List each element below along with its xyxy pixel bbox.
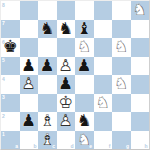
square-h8[interactable]: ♞♘ xyxy=(131,1,150,20)
square-f2[interactable] xyxy=(94,112,113,131)
square-f4[interactable] xyxy=(94,75,113,94)
square-g4[interactable]: ♞♘ xyxy=(112,75,131,94)
square-c3[interactable] xyxy=(38,94,57,113)
square-b3[interactable] xyxy=(20,94,39,113)
square-g2[interactable] xyxy=(112,112,131,131)
square-e5[interactable]: ♟ xyxy=(75,57,94,76)
square-a7[interactable]: 7 xyxy=(1,20,20,39)
square-f1[interactable]: f xyxy=(94,131,113,150)
square-d7[interactable]: ♞ xyxy=(57,20,76,39)
rank-label-4: 4 xyxy=(2,76,5,82)
square-c2[interactable]: ♝♗ xyxy=(38,112,57,131)
square-f3[interactable]: ♞♘ xyxy=(94,94,113,113)
black-knight-d7[interactable]: ♞ xyxy=(57,20,76,39)
square-h6[interactable] xyxy=(131,38,150,57)
square-g8[interactable] xyxy=(112,1,131,20)
chess-board-grid: 8♞♘7♞♞♝6♚♞♘♞♘5♟♟♟♙♟4♟♙♟♞♘3♚♔♞♘2♟♝♗♟♙♞1ab… xyxy=(1,1,149,149)
white-king-d3[interactable]: ♚♔ xyxy=(57,94,76,113)
white-knight-g4[interactable]: ♞♘ xyxy=(112,75,131,94)
white-knight-f3[interactable]: ♞♘ xyxy=(94,94,113,113)
file-label-f: f xyxy=(109,143,111,149)
square-g1[interactable]: g xyxy=(112,131,131,150)
square-a5[interactable]: 5 xyxy=(1,57,20,76)
square-e2[interactable]: ♞ xyxy=(75,112,94,131)
square-b7[interactable] xyxy=(20,20,39,39)
black-pawn-c5[interactable]: ♟ xyxy=(38,57,57,76)
square-a1[interactable]: 1a xyxy=(1,131,20,150)
square-e8[interactable] xyxy=(75,1,94,20)
square-b4[interactable]: ♟♙ xyxy=(20,75,39,94)
square-h5[interactable] xyxy=(131,57,150,76)
white-knight-h8[interactable]: ♞♘ xyxy=(131,1,150,20)
square-b8[interactable] xyxy=(20,1,39,20)
square-d8[interactable] xyxy=(57,1,76,20)
black-bishop-e7[interactable]: ♝ xyxy=(75,20,94,39)
file-label-b: b xyxy=(33,143,36,149)
square-c7[interactable]: ♞ xyxy=(38,20,57,39)
file-label-d: d xyxy=(70,143,73,149)
square-b6[interactable] xyxy=(20,38,39,57)
square-g3[interactable] xyxy=(112,94,131,113)
square-e3[interactable] xyxy=(75,94,94,113)
black-pawn-e5[interactable]: ♟ xyxy=(75,57,94,76)
white-pawn-d2[interactable]: ♟♙ xyxy=(57,112,76,131)
rank-label-5: 5 xyxy=(2,57,5,63)
square-c8[interactable] xyxy=(38,1,57,20)
square-a8[interactable]: 8 xyxy=(1,1,20,20)
black-pawn-d4[interactable]: ♟ xyxy=(57,75,76,94)
square-d6[interactable] xyxy=(57,38,76,57)
square-a3[interactable]: 3 xyxy=(1,94,20,113)
square-e6[interactable]: ♞♘ xyxy=(75,38,94,57)
square-b2[interactable]: ♟ xyxy=(20,112,39,131)
square-g7[interactable] xyxy=(112,20,131,39)
square-e1[interactable]: e♞♘ xyxy=(75,131,94,150)
white-bishop-c2[interactable]: ♝♗ xyxy=(38,112,57,131)
rank-label-3: 3 xyxy=(2,94,5,100)
square-f6[interactable] xyxy=(94,38,113,57)
square-g5[interactable] xyxy=(112,57,131,76)
square-f5[interactable] xyxy=(94,57,113,76)
white-knight-g6[interactable]: ♞♘ xyxy=(112,38,131,57)
white-pawn-d5[interactable]: ♟♙ xyxy=(57,57,76,76)
square-h1[interactable]: h xyxy=(131,131,150,150)
square-a6[interactable]: 6♚ xyxy=(1,38,20,57)
square-b1[interactable]: b xyxy=(20,131,39,150)
square-a2[interactable]: 2 xyxy=(1,112,20,131)
white-bishop-c1[interactable]: ♝♗ xyxy=(38,131,57,150)
square-d1[interactable]: d xyxy=(57,131,76,150)
file-label-h: h xyxy=(144,143,147,149)
rank-label-2: 2 xyxy=(2,113,5,119)
square-d4[interactable]: ♟ xyxy=(57,75,76,94)
square-f8[interactable] xyxy=(94,1,113,20)
black-pawn-b5[interactable]: ♟ xyxy=(20,57,39,76)
square-a4[interactable]: 4 xyxy=(1,75,20,94)
square-b5[interactable]: ♟ xyxy=(20,57,39,76)
square-c5[interactable]: ♟ xyxy=(38,57,57,76)
file-label-a: a xyxy=(15,143,18,149)
square-e7[interactable]: ♝ xyxy=(75,20,94,39)
black-king-a6[interactable]: ♚ xyxy=(1,38,20,57)
square-h7[interactable] xyxy=(131,20,150,39)
white-knight-e6[interactable]: ♞♘ xyxy=(75,38,94,57)
black-pawn-b2[interactable]: ♟ xyxy=(20,112,39,131)
square-d3[interactable]: ♚♔ xyxy=(57,94,76,113)
square-g6[interactable]: ♞♘ xyxy=(112,38,131,57)
square-c4[interactable] xyxy=(38,75,57,94)
chess-board: 8♞♘7♞♞♝6♚♞♘♞♘5♟♟♟♙♟4♟♙♟♞♘3♚♔♞♘2♟♝♗♟♙♞1ab… xyxy=(0,0,150,150)
square-h2[interactable] xyxy=(131,112,150,131)
rank-label-7: 7 xyxy=(2,20,5,26)
rank-label-1: 1 xyxy=(2,131,5,137)
square-d2[interactable]: ♟♙ xyxy=(57,112,76,131)
black-knight-e2[interactable]: ♞ xyxy=(75,112,94,131)
square-h3[interactable] xyxy=(131,94,150,113)
square-e4[interactable] xyxy=(75,75,94,94)
white-knight-e1[interactable]: ♞♘ xyxy=(75,131,94,150)
black-knight-c7[interactable]: ♞ xyxy=(38,20,57,39)
square-d5[interactable]: ♟♙ xyxy=(57,57,76,76)
square-c1[interactable]: c♝♗ xyxy=(38,131,57,150)
rank-label-8: 8 xyxy=(2,2,5,8)
white-pawn-b4[interactable]: ♟♙ xyxy=(20,75,39,94)
square-c6[interactable] xyxy=(38,38,57,57)
square-f7[interactable] xyxy=(94,20,113,39)
square-h4[interactable] xyxy=(131,75,150,94)
file-label-g: g xyxy=(126,143,129,149)
